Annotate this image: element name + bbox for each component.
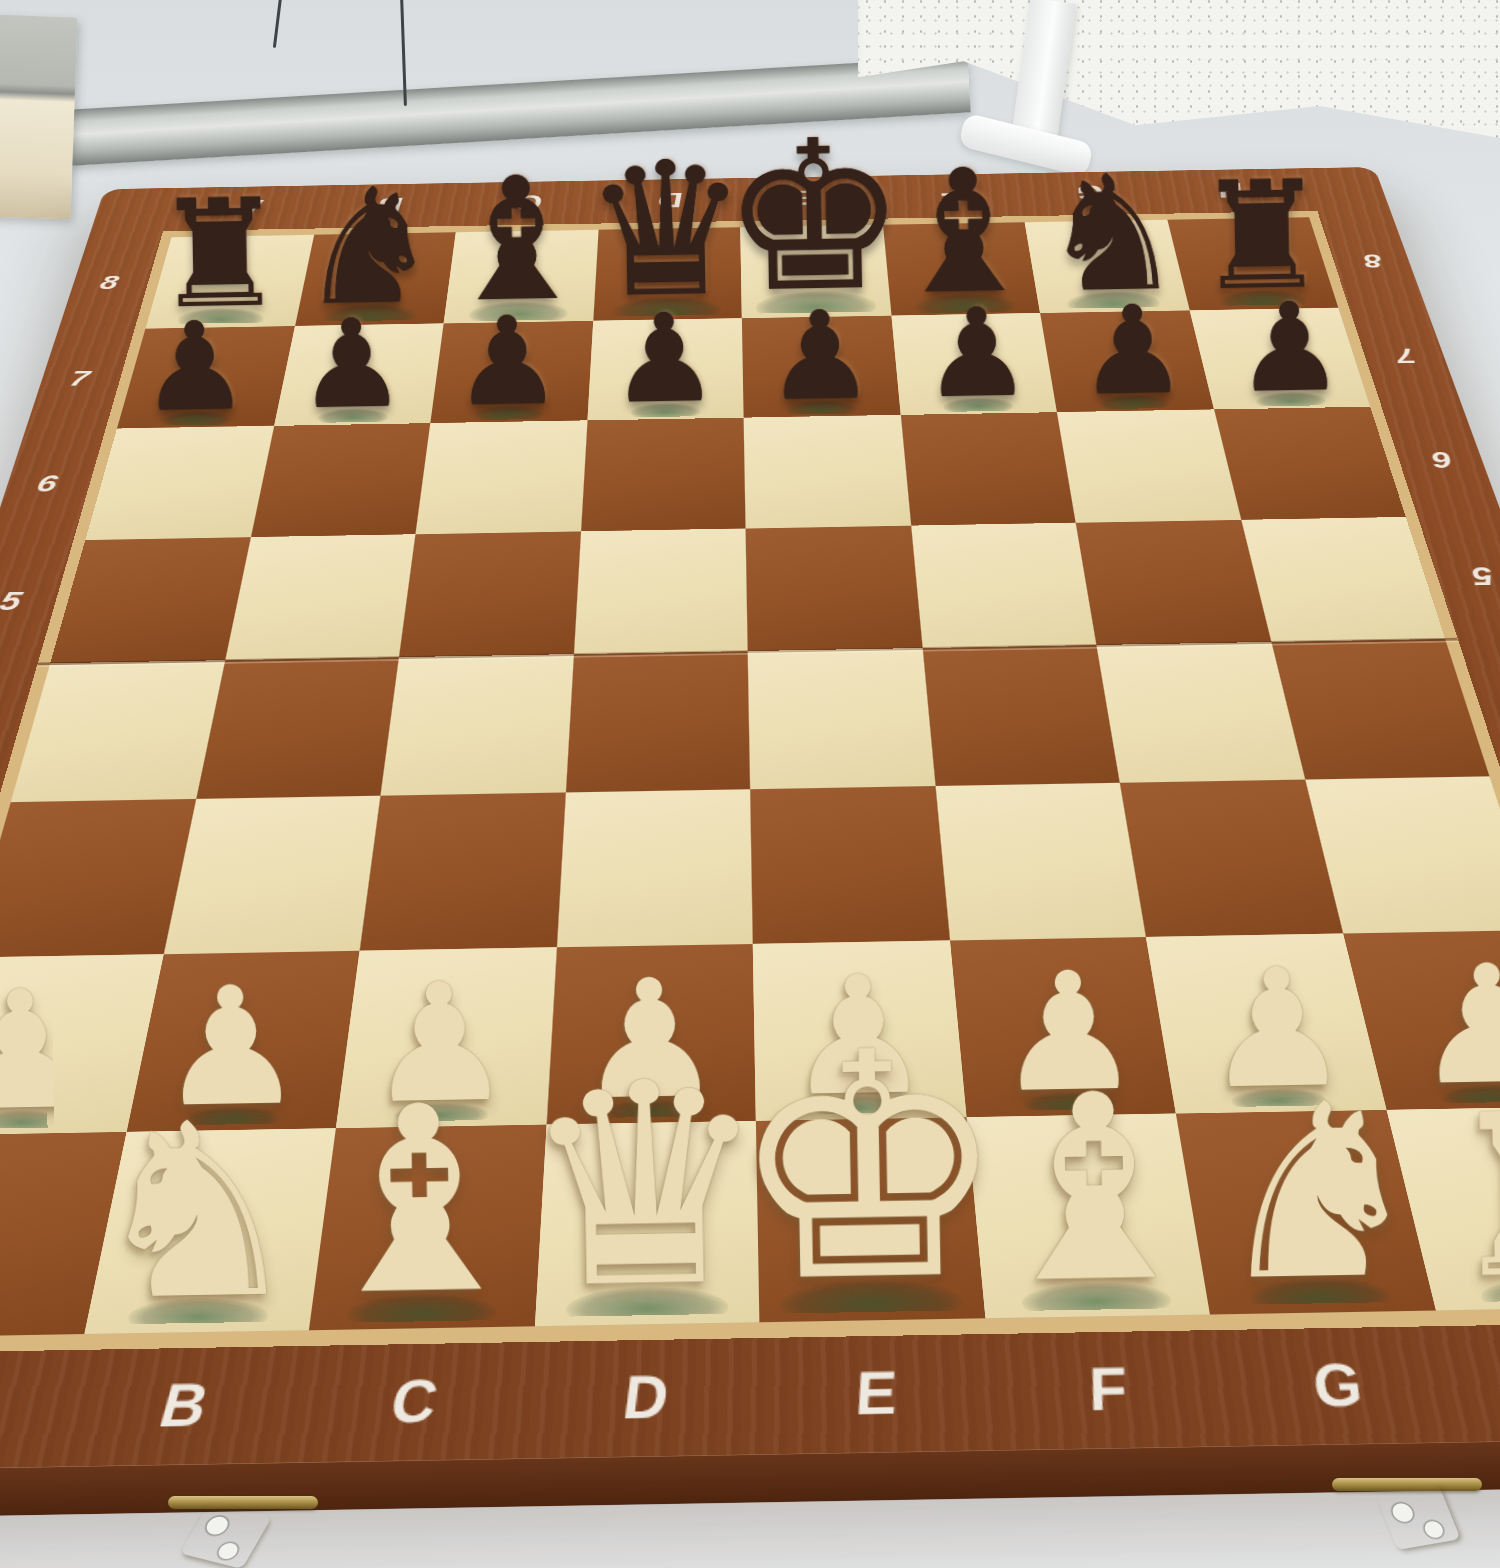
piece-white-bishop-c1[interactable]: ♝: [261, 1081, 580, 1322]
square-c4[interactable]: [380, 654, 573, 795]
square-f6[interactable]: [900, 412, 1075, 525]
square-b6[interactable]: [250, 423, 430, 537]
file-label-bottom-h: H: [1447, 1333, 1500, 1432]
piece-white-rook-h1[interactable]: ♜: [1385, 1091, 1500, 1302]
file-label-bottom-c: C: [287, 1353, 537, 1453]
piece-black-pawn-h7[interactable]: ♟: [1179, 290, 1400, 406]
camera-tilt: A B C D E F G H A B C D E F G H: [0, 0, 1500, 1568]
square-f3[interactable]: [935, 782, 1146, 940]
file-labels-bottom: A B C D E F G H: [0, 1333, 1500, 1461]
square-a5[interactable]: [50, 537, 250, 663]
scene: A B C D E F G H A B C D E F G H: [0, 0, 1500, 1568]
clasp-rod: [168, 1496, 318, 1509]
piece-white-rook-a1[interactable]: ♜: [0, 1119, 130, 1330]
file-label-bottom-d: D: [522, 1349, 765, 1449]
board-perspective: A B C D E F G H A B C D E F G H: [0, 167, 1500, 1474]
square-c5[interactable]: [399, 531, 581, 657]
square-e6[interactable]: [744, 415, 911, 528]
square-f5[interactable]: [911, 522, 1097, 648]
square-h1[interactable]: ♜: [1386, 1106, 1500, 1311]
piece-white-king-e1[interactable]: ♚: [709, 1022, 1028, 1314]
square-b3[interactable]: [163, 795, 380, 954]
square-g5[interactable]: [1076, 519, 1271, 644]
square-h4[interactable]: [1271, 639, 1490, 779]
square-c3[interactable]: [360, 792, 566, 951]
square-d5[interactable]: [573, 528, 747, 654]
board-squares: ♜♞♝♛♚♝♞♜♟♟♟♟♟♟♟♟♟♟♟♟♟♟♟♟♜♞♝♛♚♝♞♜: [0, 211, 1500, 1354]
file-label-bottom-g: G: [1219, 1337, 1460, 1436]
square-a1[interactable]: ♜: [0, 1131, 126, 1338]
chess-board: A B C D E F G H A B C D E F G H: [0, 167, 1500, 1474]
square-a4[interactable]: [11, 660, 225, 801]
square-d3[interactable]: [556, 789, 753, 948]
square-g3[interactable]: [1120, 779, 1343, 937]
square-d4[interactable]: [565, 651, 750, 792]
square-e1[interactable]: ♚: [756, 1117, 985, 1323]
square-f4[interactable]: [922, 645, 1120, 786]
square-e3[interactable]: [750, 785, 949, 943]
file-label-bottom-e: E: [756, 1345, 992, 1445]
file-label-bottom-b: B: [53, 1357, 311, 1457]
square-g4[interactable]: [1096, 642, 1304, 782]
square-g6[interactable]: [1057, 409, 1241, 522]
square-e5[interactable]: [746, 525, 922, 651]
square-c1[interactable]: ♝: [309, 1124, 546, 1330]
square-a6[interactable]: [85, 426, 273, 540]
file-label-bottom-f: F: [991, 1341, 1226, 1440]
file-label-bottom-a: A: [0, 1361, 83, 1461]
square-h7[interactable]: ♟: [1189, 307, 1370, 409]
square-b5[interactable]: [225, 534, 416, 660]
square-e4[interactable]: [748, 648, 935, 789]
square-h5[interactable]: [1241, 517, 1445, 642]
square-c6[interactable]: [415, 420, 586, 533]
square-b4[interactable]: [196, 657, 399, 798]
square-h6[interactable]: [1214, 407, 1406, 520]
square-d6[interactable]: [581, 418, 746, 531]
